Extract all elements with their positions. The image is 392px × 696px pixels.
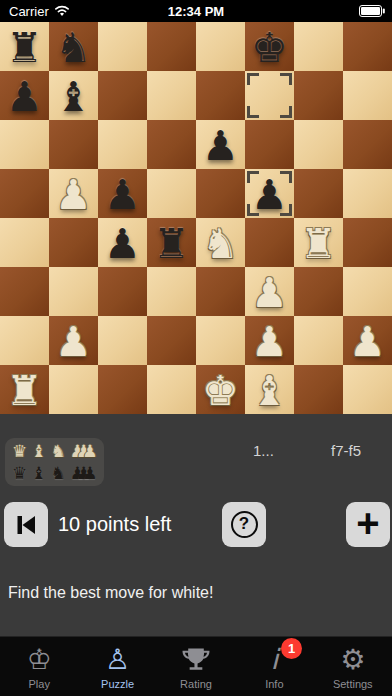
black-rook: ♜ [0,22,49,71]
white-pawn: ♟ [49,169,98,218]
black-pawn: ♟ [196,120,245,169]
square-a1[interactable]: ♜ [0,365,49,414]
captured-white-queen: ♛ [12,441,27,462]
square-g4[interactable]: ♜ [294,218,343,267]
square-e3[interactable] [196,267,245,316]
points-left-label: 10 points left [58,502,171,547]
square-c8[interactable] [98,22,147,71]
skip-to-start-button[interactable] [4,502,48,547]
tab-rating[interactable]: Rating [157,637,235,696]
highlight-bracket [280,73,292,85]
black-knight: ♞ [49,22,98,71]
white-king: ♚ [196,365,245,414]
puzzle-panel: ♛♝♞♟♟♟ ♛♝♞♟♟♟ 1... f7-f5 10 points left … [0,414,392,636]
square-h7[interactable] [343,71,392,120]
square-b6[interactable] [49,120,98,169]
tab-play-label: Play [28,678,49,691]
black-pawn: ♟ [0,71,49,120]
highlight-bracket [247,73,259,85]
white-pawn: ♟ [49,316,98,365]
highlight-bracket [280,171,292,183]
square-b8[interactable]: ♞ [49,22,98,71]
status-bar: Carrier 12:34 PM [0,0,392,22]
tab-bar: ♔ Play ♙ Puzzle Rating i Info 1 ⚙ Settin… [0,636,392,696]
square-g6[interactable] [294,120,343,169]
captured-white-pawn: ♟ [82,441,97,462]
square-c2[interactable] [98,316,147,365]
square-h4[interactable] [343,218,392,267]
last-move-label[interactable]: f7-f5 [331,442,361,459]
square-g8[interactable] [294,22,343,71]
black-pawn: ♟ [98,218,147,267]
square-c3[interactable] [98,267,147,316]
tab-settings-label: Settings [333,678,373,691]
square-c7[interactable] [98,71,147,120]
square-f5[interactable]: ♟ [245,169,294,218]
square-e6[interactable]: ♟ [196,120,245,169]
battery-icon [359,5,385,17]
square-c1[interactable] [98,365,147,414]
clock: 12:34 PM [0,0,392,22]
square-f4[interactable] [245,218,294,267]
tab-puzzle-label: Puzzle [101,678,134,691]
captured-white-bishop: ♝ [31,441,46,462]
square-a5[interactable] [0,169,49,218]
black-king: ♚ [245,22,294,71]
square-f1[interactable]: ♝ [245,365,294,414]
square-g1[interactable] [294,365,343,414]
square-d4[interactable]: ♜ [147,218,196,267]
square-a8[interactable]: ♜ [0,22,49,71]
tab-rating-label: Rating [180,678,212,691]
square-h2[interactable]: ♟ [343,316,392,365]
square-b3[interactable] [49,267,98,316]
tab-settings[interactable]: ⚙ Settings [314,637,392,696]
square-a3[interactable] [0,267,49,316]
captured-white-pieces: ♛♝♞♟♟♟ [12,441,104,462]
tab-puzzle[interactable]: ♙ Puzzle [78,637,156,696]
square-e1[interactable]: ♚ [196,365,245,414]
chess-app-screen: Carrier 12:34 PM ♜♞♚♟♝♟♟♟♟♟♜♞♜♟♟♟♟♜♚♝ ♛♝… [0,0,392,696]
square-h5[interactable] [343,169,392,218]
square-e4[interactable]: ♞ [196,218,245,267]
square-h3[interactable] [343,267,392,316]
square-f2[interactable]: ♟ [245,316,294,365]
captured-black-pawn: ♟ [82,463,97,484]
square-e8[interactable] [196,22,245,71]
tab-info[interactable]: i Info 1 [235,637,313,696]
hint-button[interactable]: ? [222,502,266,547]
white-rook: ♜ [294,218,343,267]
square-h1[interactable] [343,365,392,414]
square-h8[interactable] [343,22,392,71]
white-knight: ♞ [196,218,245,267]
black-rook: ♜ [147,218,196,267]
square-a7[interactable]: ♟ [0,71,49,120]
highlight-bracket [247,204,259,216]
chess-board: ♜♞♚♟♝♟♟♟♟♟♜♞♜♟♟♟♟♜♚♝ [0,22,392,414]
white-pawn: ♟ [343,316,392,365]
tab-play[interactable]: ♔ Play [0,637,78,696]
square-c6[interactable] [98,120,147,169]
square-g5[interactable] [294,169,343,218]
square-c5[interactable]: ♟ [98,169,147,218]
highlight-bracket [247,171,259,183]
captured-black-queen: ♛ [12,463,27,484]
notification-badge: 1 [281,638,302,659]
white-pawn: ♟ [245,267,294,316]
square-b2[interactable]: ♟ [49,316,98,365]
square-a4[interactable] [0,218,49,267]
trophy-icon [181,642,211,678]
square-a2[interactable] [0,316,49,365]
square-d6[interactable] [147,120,196,169]
black-pawn: ♟ [98,169,147,218]
square-f8[interactable]: ♚ [245,22,294,71]
square-d7[interactable] [147,71,196,120]
square-g3[interactable] [294,267,343,316]
white-bishop: ♝ [245,365,294,414]
add-button[interactable]: + [346,502,390,547]
black-bishop: ♝ [49,71,98,120]
captured-pieces-tray: ♛♝♞♟♟♟ ♛♝♞♟♟♟ [5,438,104,486]
skip-to-start-icon [13,512,39,538]
square-d5[interactable] [147,169,196,218]
white-pawn: ♟ [245,316,294,365]
square-f3[interactable]: ♟ [245,267,294,316]
tab-info-label: Info [265,678,283,691]
square-f7[interactable] [245,71,294,120]
square-a6[interactable] [0,120,49,169]
square-d1[interactable] [147,365,196,414]
square-f6[interactable] [245,120,294,169]
square-h6[interactable] [343,120,392,169]
square-e2[interactable] [196,316,245,365]
square-b7[interactable]: ♝ [49,71,98,120]
captured-white-knight: ♞ [51,441,66,462]
question-mark-icon: ? [231,511,258,538]
square-d8[interactable] [147,22,196,71]
captured-black-bishop: ♝ [31,463,46,484]
move-number: 1... [253,442,274,459]
puzzle-instruction: Find the best move for white! [8,584,213,602]
white-rook: ♜ [0,365,49,414]
plus-icon: + [356,503,379,543]
pawn-icon: ♙ [105,642,130,678]
highlight-bracket [280,204,292,216]
highlight-bracket [247,106,259,118]
square-c4[interactable]: ♟ [98,218,147,267]
square-b4[interactable] [49,218,98,267]
captured-black-pieces: ♛♝♞♟♟♟ [12,463,104,484]
info-icon: i [270,642,278,678]
square-g7[interactable] [294,71,343,120]
square-b1[interactable] [49,365,98,414]
square-g2[interactable] [294,316,343,365]
square-d3[interactable] [147,267,196,316]
captured-black-knight: ♞ [51,463,66,484]
square-e7[interactable] [196,71,245,120]
gear-icon: ⚙ [340,642,365,678]
square-d2[interactable] [147,316,196,365]
square-b5[interactable]: ♟ [49,169,98,218]
square-e5[interactable] [196,169,245,218]
highlight-bracket [280,106,292,118]
crown-icon: ♔ [27,642,52,678]
